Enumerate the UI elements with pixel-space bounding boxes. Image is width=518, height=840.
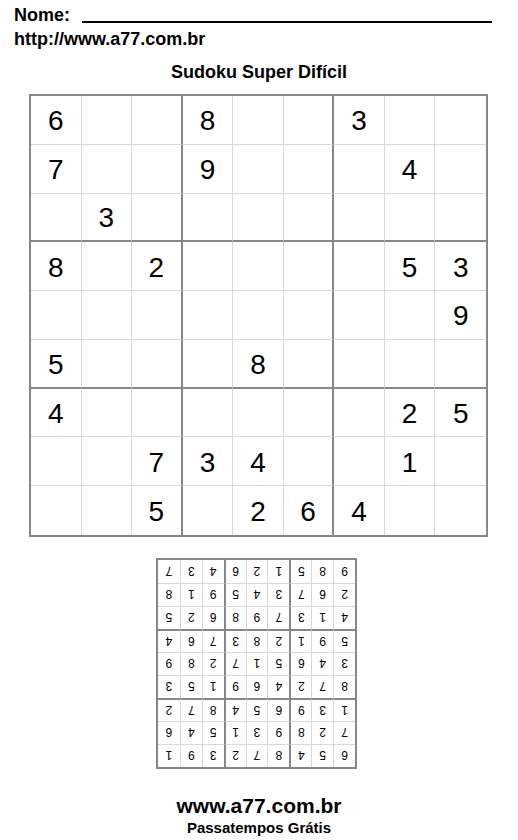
solution-cell-r2c8: 4	[180, 721, 202, 744]
puzzle-cell-r2c7	[334, 145, 385, 194]
solution-cell-r9c9: 7	[158, 560, 180, 583]
solution-cell-r3c3: 9	[289, 698, 311, 721]
puzzle-cell-r7c5	[233, 389, 284, 438]
sudoku-puzzle-grid: 6837943825395842573415264	[29, 94, 488, 537]
solution-cell-r1c7: 3	[202, 744, 224, 767]
puzzle-cell-r2c1: 7	[31, 145, 82, 194]
puzzle-cell-r9c1	[31, 486, 82, 535]
puzzle-cell-r7c8: 2	[385, 389, 436, 438]
puzzle-cell-r7c2	[82, 389, 133, 438]
puzzle-cell-r3c4	[183, 194, 234, 243]
puzzle-cell-r4c8: 5	[385, 242, 436, 291]
puzzle-cell-r3c8	[385, 194, 436, 243]
puzzle-cell-r1c1: 6	[31, 96, 82, 145]
puzzle-cell-r5c6	[284, 291, 335, 340]
solution-cell-r6c2: 9	[311, 629, 333, 652]
puzzle-cell-r8c4: 3	[183, 437, 234, 486]
site-url: http://www.a77.com.br	[14, 29, 205, 50]
solution-cell-r8c3: 7	[289, 583, 311, 606]
name-label: Nome:	[14, 5, 70, 25]
solution-cell-r9c3: 5	[289, 560, 311, 583]
solution-cell-r8c8: 1	[180, 583, 202, 606]
puzzle-cell-r9c5: 2	[233, 486, 284, 535]
puzzle-cell-r4c5	[233, 242, 284, 291]
puzzle-cell-r2c6	[284, 145, 335, 194]
puzzle-cell-r8c7	[334, 437, 385, 486]
solution-cell-r9c6: 6	[224, 560, 246, 583]
puzzle-cell-r2c2	[82, 145, 133, 194]
puzzle-cell-r3c6	[284, 194, 335, 243]
solution-cell-r5c8: 8	[180, 652, 202, 675]
puzzle-cell-r7c4	[183, 389, 234, 438]
solution-cell-r8c9: 8	[158, 583, 180, 606]
solution-cell-r8c4: 3	[267, 583, 289, 606]
puzzle-cell-r6c4	[183, 340, 234, 389]
solution-cell-r3c4: 6	[267, 698, 289, 721]
puzzle-cell-r3c7	[334, 194, 385, 243]
puzzle-cell-r2c9	[435, 145, 486, 194]
puzzle-cell-r7c9: 5	[435, 389, 486, 438]
solution-cell-r3c8: 7	[180, 698, 202, 721]
solution-cell-r4c3: 2	[289, 675, 311, 698]
solution-cell-r4c7: 1	[202, 675, 224, 698]
solution-cell-r4c2: 7	[311, 675, 333, 698]
solution-cell-r6c6: 3	[224, 629, 246, 652]
puzzle-cell-r2c4: 9	[183, 145, 234, 194]
puzzle-cell-r1c7: 3	[334, 96, 385, 145]
solution-cell-r7c7: 6	[202, 606, 224, 629]
puzzle-cell-r5c7	[334, 291, 385, 340]
puzzle-cell-r1c4: 8	[183, 96, 234, 145]
solution-cell-r4c9: 3	[158, 675, 180, 698]
puzzle-cell-r6c1: 5	[31, 340, 82, 389]
puzzle-cell-r8c5: 4	[233, 437, 284, 486]
puzzle-cell-r4c2	[82, 242, 133, 291]
puzzle-cell-r3c1	[31, 194, 82, 243]
puzzle-cell-r3c2: 3	[82, 194, 133, 243]
solution-cell-r5c4: 5	[267, 652, 289, 675]
solution-cell-r1c8: 9	[180, 744, 202, 767]
puzzle-cell-r9c9	[435, 486, 486, 535]
puzzle-cell-r8c1	[31, 437, 82, 486]
solution-cell-r2c3: 8	[289, 721, 311, 744]
solution-cell-r9c5: 2	[246, 560, 268, 583]
puzzle-cell-r3c5	[233, 194, 284, 243]
puzzle-cell-r4c6	[284, 242, 335, 291]
puzzle-cell-r6c7	[334, 340, 385, 389]
solution-cell-r1c2: 5	[311, 744, 333, 767]
solution-cell-r8c7: 9	[202, 583, 224, 606]
puzzle-cell-r8c3: 7	[132, 437, 183, 486]
puzzle-cell-r4c4	[183, 242, 234, 291]
solution-cell-r2c1: 7	[333, 721, 355, 744]
puzzle-cell-r5c4	[183, 291, 234, 340]
puzzle-cell-r6c3	[132, 340, 183, 389]
puzzle-cell-r7c1: 4	[31, 389, 82, 438]
puzzle-cell-r8c2	[82, 437, 133, 486]
solution-cell-r6c9: 4	[158, 629, 180, 652]
solution-cell-r2c4: 9	[267, 721, 289, 744]
solution-cell-r5c7: 2	[202, 652, 224, 675]
puzzle-cell-r8c6	[284, 437, 335, 486]
solution-cell-r4c8: 5	[180, 675, 202, 698]
puzzle-cell-r4c1: 8	[31, 242, 82, 291]
puzzle-cell-r6c2	[82, 340, 133, 389]
solution-cell-r7c4: 7	[267, 606, 289, 629]
solution-cell-r2c7: 5	[202, 721, 224, 744]
solution-cell-r8c5: 4	[246, 583, 268, 606]
solution-cell-r7c9: 5	[158, 606, 180, 629]
solution-cell-r6c8: 6	[180, 629, 202, 652]
solution-cell-r6c5: 8	[246, 629, 268, 652]
solution-cell-r1c4: 8	[267, 744, 289, 767]
solution-cell-r2c5: 3	[246, 721, 268, 744]
puzzle-cell-r8c9	[435, 437, 486, 486]
puzzle-cell-r1c8	[385, 96, 436, 145]
puzzle-cell-r5c8	[385, 291, 436, 340]
solution-cell-r8c1: 2	[333, 583, 355, 606]
puzzle-cell-r6c5: 8	[233, 340, 284, 389]
puzzle-cell-r7c7	[334, 389, 385, 438]
page-title: Sudoku Super Difícil	[0, 62, 518, 83]
solution-cell-r7c1: 4	[333, 606, 355, 629]
solution-cell-r9c2: 8	[311, 560, 333, 583]
puzzle-cell-r6c6	[284, 340, 335, 389]
solution-cell-r5c3: 6	[289, 652, 311, 675]
solution-cell-r7c2: 1	[311, 606, 333, 629]
solution-cell-r3c7: 8	[202, 698, 224, 721]
solution-cell-r1c1: 6	[333, 744, 355, 767]
solution-cell-r3c6: 4	[224, 698, 246, 721]
solution-cell-r2c6: 1	[224, 721, 246, 744]
solution-cell-r6c7: 7	[202, 629, 224, 652]
puzzle-cell-r9c6: 6	[284, 486, 335, 535]
solution-cell-r1c3: 4	[289, 744, 311, 767]
puzzle-cell-r1c6	[284, 96, 335, 145]
solution-cell-r6c1: 5	[333, 629, 355, 652]
puzzle-cell-r2c3	[132, 145, 183, 194]
puzzle-cell-r2c5	[233, 145, 284, 194]
sudoku-print-page: Nome: http://www.a77.com.br Sudoku Super…	[0, 0, 518, 840]
solution-cell-r3c9: 2	[158, 698, 180, 721]
footer-site: www.a77.com.br	[0, 794, 518, 818]
solution-cell-r5c1: 3	[333, 652, 355, 675]
solution-cell-r2c9: 6	[158, 721, 180, 744]
puzzle-cell-r1c3	[132, 96, 183, 145]
puzzle-cell-r9c8	[385, 486, 436, 535]
puzzle-cell-r2c8: 4	[385, 145, 436, 194]
solution-cell-r7c3: 3	[289, 606, 311, 629]
sudoku-solution-grid: 6548723917289315461396548728724691533465…	[156, 558, 357, 769]
puzzle-cell-r9c7: 4	[334, 486, 385, 535]
puzzle-cell-r6c9	[435, 340, 486, 389]
solution-cell-r9c1: 9	[333, 560, 355, 583]
puzzle-cell-r9c2	[82, 486, 133, 535]
solution-cell-r3c2: 3	[311, 698, 333, 721]
puzzle-cell-r5c9: 9	[435, 291, 486, 340]
solution-cell-r8c6: 5	[224, 583, 246, 606]
solution-cell-r8c2: 6	[311, 583, 333, 606]
solution-cell-r3c5: 5	[246, 698, 268, 721]
puzzle-cell-r3c9	[435, 194, 486, 243]
puzzle-cell-r8c8: 1	[385, 437, 436, 486]
puzzle-cell-r4c9: 3	[435, 242, 486, 291]
solution-cell-r1c5: 7	[246, 744, 268, 767]
puzzle-cell-r5c3	[132, 291, 183, 340]
solution-cell-r7c8: 2	[180, 606, 202, 629]
puzzle-cell-r5c5	[233, 291, 284, 340]
solution-cell-r9c7: 4	[202, 560, 224, 583]
solution-cell-r5c5: 1	[246, 652, 268, 675]
puzzle-cell-r1c2	[82, 96, 133, 145]
puzzle-cell-r4c3: 2	[132, 242, 183, 291]
solution-cell-r3c1: 1	[333, 698, 355, 721]
puzzle-cell-r5c1	[31, 291, 82, 340]
solution-cell-r6c3: 1	[289, 629, 311, 652]
solution-cell-r4c1: 8	[333, 675, 355, 698]
solution-cell-r6c4: 2	[267, 629, 289, 652]
solution-cell-r9c8: 3	[180, 560, 202, 583]
solution-cell-r5c2: 4	[311, 652, 333, 675]
solution-cell-r1c6: 2	[224, 744, 246, 767]
puzzle-cell-r3c3	[132, 194, 183, 243]
solution-cell-r1c9: 1	[158, 744, 180, 767]
name-row: Nome:	[14, 5, 492, 25]
solution-cell-r4c5: 6	[246, 675, 268, 698]
puzzle-cell-r9c3: 5	[132, 486, 183, 535]
solution-cell-r4c4: 4	[267, 675, 289, 698]
puzzle-cell-r4c7	[334, 242, 385, 291]
puzzle-cell-r6c8	[385, 340, 436, 389]
puzzle-cell-r1c5	[233, 96, 284, 145]
puzzle-cell-r5c2	[82, 291, 133, 340]
solution-cell-r5c6: 7	[224, 652, 246, 675]
puzzle-cell-r9c4	[183, 486, 234, 535]
solution-cell-r2c2: 2	[311, 721, 333, 744]
solution-cell-r4c6: 9	[224, 675, 246, 698]
puzzle-cell-r7c3	[132, 389, 183, 438]
puzzle-cell-r1c9	[435, 96, 486, 145]
solution-cell-r7c6: 8	[224, 606, 246, 629]
solution-cell-r5c9: 9	[158, 652, 180, 675]
solution-cell-r9c4: 1	[267, 560, 289, 583]
footer-tagline: Passatempos Grátis	[0, 819, 518, 836]
solution-cell-r7c5: 9	[246, 606, 268, 629]
puzzle-cell-r7c6	[284, 389, 335, 438]
name-fill-line	[82, 21, 492, 23]
